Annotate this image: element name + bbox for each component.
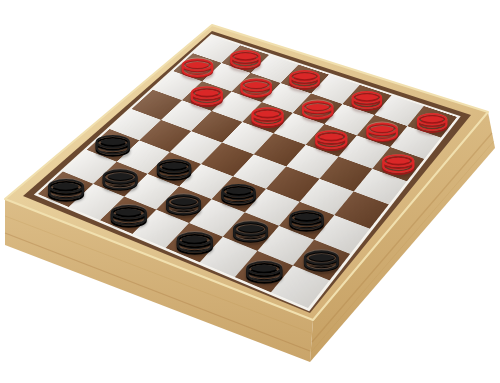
red-piece-r3c6[interactable]: ⛂ [314, 121, 350, 155]
black-piece-r7c4[interactable]: ⛂ [165, 184, 204, 221]
black-piece-r7c6[interactable]: ⛂ [232, 211, 271, 248]
black-piece-r6c7[interactable]: ⛂ [288, 200, 326, 236]
black-piece-r8c5[interactable]: ⛂ [174, 221, 214, 259]
red-piece-r3c2[interactable]: ⛂ [189, 77, 225, 111]
red-piece-r3c8[interactable]: ⛂ [381, 145, 417, 179]
red-piece-r1c8[interactable]: ⛂ [415, 104, 449, 136]
red-piece-r2c7[interactable]: ⛂ [365, 112, 400, 145]
black-piece-r8c1[interactable]: ⛂ [46, 168, 86, 206]
black-piece-r7c8[interactable]: ⛂ [302, 239, 341, 276]
checkers-set-photo: ⛂⛂⛂⛂⛂⛂⛂⛂⛂⛂⛂⛂⛂⛂⛂⛂⛂⛂⛂⛂⛂⛂⛂⛂ [0, 0, 500, 383]
black-piece-r8c7[interactable]: ⛂ [244, 250, 284, 288]
black-piece-r6c5[interactable]: ⛂ [220, 174, 258, 210]
black-piece-r8c3[interactable]: ⛂ [108, 194, 148, 232]
red-piece-r3c4[interactable]: ⛂ [250, 99, 286, 133]
